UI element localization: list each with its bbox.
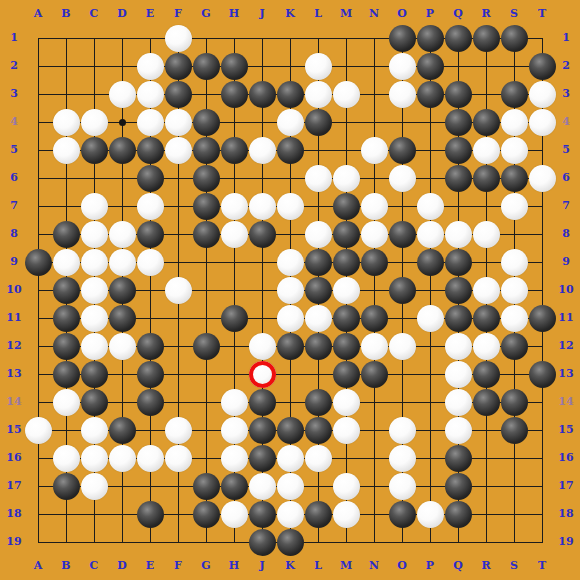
white-stone[interactable]: ● [529,109,556,136]
black-stone[interactable]: ● [193,109,220,136]
white-stone[interactable]: ● [137,53,164,80]
black-stone[interactable]: ● [417,53,444,80]
white-stone[interactable]: ● [501,109,528,136]
column-label-top: S [504,7,524,21]
black-stone[interactable]: ● [501,417,528,444]
white-stone[interactable]: ● [417,501,444,528]
white-stone[interactable]: ● [53,389,80,416]
row-label-right: 6 [556,171,576,185]
white-stone[interactable]: ● [417,305,444,332]
black-stone[interactable]: ● [249,417,276,444]
white-stone[interactable]: ● [109,333,136,360]
white-stone[interactable]: ● [109,249,136,276]
black-stone[interactable]: ● [277,137,304,164]
white-stone[interactable]: ● [361,193,388,220]
white-stone[interactable]: ● [53,109,80,136]
black-stone[interactable]: ● [221,473,248,500]
black-stone[interactable]: ● [165,53,192,80]
row-label-left: 7 [4,199,24,213]
white-stone[interactable]: ● [221,389,248,416]
black-stone[interactable]: ● [445,445,472,472]
black-stone[interactable]: ● [277,81,304,108]
row-label-left: 1 [4,31,24,45]
white-stone[interactable]: ● [165,445,192,472]
black-stone[interactable]: ● [137,333,164,360]
black-stone[interactable]: ● [529,305,556,332]
column-label-bottom: M [336,559,356,573]
white-stone[interactable]: ● [361,137,388,164]
white-stone[interactable]: ● [53,137,80,164]
grid-line-vertical [374,38,375,543]
row-label-right: 2 [556,59,576,73]
row-label-right: 11 [556,311,576,325]
row-label-left: 17 [4,479,24,493]
white-stone-last-move[interactable]: ● [249,361,276,388]
column-label-top: P [420,7,440,21]
black-stone[interactable]: ● [249,221,276,248]
white-stone[interactable]: ● [473,277,500,304]
white-stone[interactable]: ● [445,417,472,444]
row-label-right: 4 [556,115,576,129]
black-stone[interactable]: ● [389,137,416,164]
white-stone[interactable]: ● [389,473,416,500]
column-label-top: A [28,7,48,21]
white-stone[interactable]: ● [473,221,500,248]
black-stone[interactable]: ● [81,137,108,164]
black-stone[interactable]: ● [445,305,472,332]
white-stone[interactable]: ● [305,221,332,248]
white-stone[interactable]: ● [81,249,108,276]
black-stone[interactable]: ● [277,417,304,444]
black-stone[interactable]: ● [53,221,80,248]
white-stone[interactable]: ● [501,249,528,276]
white-stone[interactable]: ● [529,81,556,108]
column-label-top: M [336,7,356,21]
black-stone[interactable]: ● [305,277,332,304]
white-stone[interactable]: ● [333,165,360,192]
white-stone[interactable]: ● [53,445,80,472]
white-stone[interactable]: ● [109,445,136,472]
white-stone[interactable]: ● [137,109,164,136]
black-stone[interactable]: ● [109,137,136,164]
white-stone[interactable]: ● [333,473,360,500]
white-stone[interactable]: ● [305,53,332,80]
white-stone[interactable]: ● [109,81,136,108]
row-label-left: 18 [4,507,24,521]
row-label-right: 15 [556,423,576,437]
column-label-bottom: C [84,559,104,573]
row-label-right: 5 [556,143,576,157]
white-stone[interactable]: ● [249,473,276,500]
white-stone[interactable]: ● [277,305,304,332]
white-stone[interactable]: ● [137,249,164,276]
white-stone[interactable]: ● [277,193,304,220]
column-label-bottom: J [252,559,272,573]
white-stone[interactable]: ● [361,333,388,360]
row-label-right: 16 [556,451,576,465]
white-stone[interactable]: ● [389,165,416,192]
black-stone[interactable]: ● [501,389,528,416]
black-stone[interactable]: ● [53,361,80,388]
black-stone[interactable]: ● [529,361,556,388]
black-stone[interactable]: ● [333,193,360,220]
black-stone[interactable]: ● [221,53,248,80]
white-stone[interactable]: ● [501,137,528,164]
white-stone[interactable]: ● [361,221,388,248]
white-stone[interactable]: ● [333,277,360,304]
black-stone[interactable]: ● [53,333,80,360]
white-stone[interactable]: ● [221,193,248,220]
white-stone[interactable]: ● [81,473,108,500]
row-label-left: 3 [4,87,24,101]
white-stone[interactable]: ● [445,361,472,388]
column-label-bottom: D [112,559,132,573]
black-stone[interactable]: ● [305,417,332,444]
black-stone[interactable]: ● [333,305,360,332]
white-stone[interactable]: ● [137,445,164,472]
white-stone[interactable]: ● [249,137,276,164]
black-stone[interactable]: ● [193,473,220,500]
black-stone[interactable]: ● [445,25,472,52]
black-stone[interactable]: ● [445,473,472,500]
row-label-left: 19 [4,535,24,549]
black-stone[interactable]: ● [333,333,360,360]
black-stone[interactable]: ● [249,529,276,556]
white-stone[interactable]: ● [333,81,360,108]
black-stone[interactable]: ● [249,445,276,472]
white-stone[interactable]: ● [389,53,416,80]
white-stone[interactable]: ● [473,137,500,164]
black-stone[interactable]: ● [305,109,332,136]
black-stone[interactable]: ● [361,249,388,276]
row-label-right: 18 [556,507,576,521]
black-stone[interactable]: ● [193,165,220,192]
black-stone[interactable]: ● [445,277,472,304]
white-stone[interactable]: ● [529,165,556,192]
white-stone[interactable]: ● [249,333,276,360]
row-label-right: 12 [556,339,576,353]
row-label-left: 13 [4,367,24,381]
white-stone[interactable]: ● [389,333,416,360]
column-label-bottom: K [280,559,300,573]
black-stone[interactable]: ● [361,305,388,332]
white-stone[interactable]: ● [165,109,192,136]
black-stone[interactable]: ● [473,25,500,52]
column-label-bottom: G [196,559,216,573]
row-label-left: 11 [4,311,24,325]
black-stone[interactable]: ● [193,53,220,80]
white-stone[interactable]: ● [333,389,360,416]
row-label-right: 10 [556,283,576,297]
black-stone[interactable]: ● [193,193,220,220]
black-stone[interactable]: ● [249,389,276,416]
white-stone[interactable]: ● [81,193,108,220]
column-label-bottom: P [420,559,440,573]
white-stone[interactable]: ● [501,305,528,332]
black-stone[interactable]: ● [473,165,500,192]
black-stone[interactable]: ● [501,25,528,52]
column-label-top: T [532,7,552,21]
white-stone[interactable]: ● [109,221,136,248]
white-stone[interactable]: ● [501,193,528,220]
white-stone[interactable]: ● [389,445,416,472]
white-stone[interactable]: ● [81,221,108,248]
black-stone[interactable]: ● [417,249,444,276]
white-stone[interactable]: ● [445,221,472,248]
white-stone[interactable]: ● [81,109,108,136]
column-label-top: C [84,7,104,21]
black-stone[interactable]: ● [137,501,164,528]
white-stone[interactable]: ● [277,445,304,472]
white-stone[interactable]: ● [221,417,248,444]
row-label-right: 3 [556,87,576,101]
row-label-left: 14 [4,395,24,409]
row-label-left: 6 [4,171,24,185]
black-stone[interactable]: ● [333,361,360,388]
black-stone[interactable]: ● [445,165,472,192]
column-label-top: E [140,7,160,21]
black-stone[interactable]: ● [25,249,52,276]
black-stone[interactable]: ● [137,389,164,416]
black-stone[interactable]: ● [501,81,528,108]
black-stone[interactable]: ● [81,389,108,416]
white-stone[interactable]: ● [81,305,108,332]
black-stone[interactable]: ● [501,333,528,360]
black-stone[interactable]: ● [109,277,136,304]
black-stone[interactable]: ● [165,81,192,108]
black-stone[interactable]: ● [445,249,472,276]
row-label-right: 13 [556,367,576,381]
white-stone[interactable]: ● [305,305,332,332]
row-label-right: 14 [556,395,576,409]
white-stone[interactable]: ● [305,81,332,108]
black-stone[interactable]: ● [305,389,332,416]
column-label-bottom: A [28,559,48,573]
white-stone[interactable]: ● [81,277,108,304]
column-label-bottom: L [308,559,328,573]
black-stone[interactable]: ● [221,81,248,108]
black-stone[interactable]: ● [193,137,220,164]
black-stone[interactable]: ● [137,137,164,164]
white-stone[interactable]: ● [81,417,108,444]
white-stone[interactable]: ● [277,473,304,500]
black-stone[interactable]: ● [389,501,416,528]
black-stone[interactable]: ● [389,221,416,248]
white-stone[interactable]: ● [137,193,164,220]
black-stone[interactable]: ● [445,137,472,164]
black-stone[interactable]: ● [249,81,276,108]
white-stone[interactable]: ● [333,501,360,528]
column-label-top: H [224,7,244,21]
black-stone[interactable]: ● [417,81,444,108]
go-board[interactable]: AABBCCDDEEFFGGHHJJKKLLMMNNOOPPQQRRSSTT11… [0,0,580,580]
column-label-top: R [476,7,496,21]
black-stone[interactable]: ● [473,361,500,388]
black-stone[interactable]: ● [361,361,388,388]
black-stone[interactable]: ● [277,529,304,556]
white-stone[interactable]: ● [165,277,192,304]
white-stone[interactable]: ● [221,221,248,248]
column-label-top: L [308,7,328,21]
black-stone[interactable]: ● [333,221,360,248]
black-stone[interactable]: ● [305,501,332,528]
white-stone[interactable]: ● [277,249,304,276]
row-label-right: 17 [556,479,576,493]
white-stone[interactable]: ● [501,277,528,304]
column-label-top: F [168,7,188,21]
white-stone[interactable]: ● [333,417,360,444]
column-label-bottom: B [56,559,76,573]
white-stone[interactable]: ● [25,417,52,444]
row-label-right: 9 [556,255,576,269]
black-stone[interactable]: ● [81,361,108,388]
black-stone[interactable]: ● [221,305,248,332]
white-stone[interactable]: ● [305,165,332,192]
black-stone[interactable]: ● [333,249,360,276]
white-stone[interactable]: ● [165,417,192,444]
black-stone[interactable]: ● [305,249,332,276]
white-stone[interactable]: ● [53,249,80,276]
white-stone[interactable]: ● [445,333,472,360]
black-stone[interactable]: ● [53,277,80,304]
black-stone[interactable]: ● [109,417,136,444]
white-stone[interactable]: ● [389,417,416,444]
row-label-left: 4 [4,115,24,129]
white-stone[interactable]: ● [81,445,108,472]
black-stone[interactable]: ● [389,277,416,304]
black-stone[interactable]: ● [473,305,500,332]
white-stone[interactable]: ● [417,221,444,248]
black-stone[interactable]: ● [445,109,472,136]
column-label-bottom: H [224,559,244,573]
black-stone[interactable]: ● [249,501,276,528]
row-label-left: 8 [4,227,24,241]
star-point-d4 [119,119,126,126]
white-stone[interactable]: ● [277,109,304,136]
black-stone[interactable]: ● [193,221,220,248]
black-stone[interactable]: ● [445,501,472,528]
black-stone[interactable]: ● [221,137,248,164]
white-stone[interactable]: ● [81,333,108,360]
black-stone[interactable]: ● [473,109,500,136]
black-stone[interactable]: ● [53,473,80,500]
row-label-left: 9 [4,255,24,269]
column-label-bottom: S [504,559,524,573]
row-label-left: 5 [4,143,24,157]
black-stone[interactable]: ● [389,25,416,52]
row-label-right: 19 [556,535,576,549]
column-label-top: O [392,7,412,21]
white-stone[interactable]: ● [221,501,248,528]
white-stone[interactable]: ● [305,445,332,472]
column-label-top: J [252,7,272,21]
white-stone[interactable]: ● [165,25,192,52]
white-stone[interactable]: ● [277,501,304,528]
black-stone[interactable]: ● [417,25,444,52]
white-stone[interactable]: ● [165,137,192,164]
row-label-right: 1 [556,31,576,45]
white-stone[interactable]: ● [417,193,444,220]
column-label-top: B [56,7,76,21]
white-stone[interactable]: ● [277,277,304,304]
row-label-right: 8 [556,227,576,241]
column-label-top: Q [448,7,468,21]
black-stone[interactable]: ● [193,333,220,360]
row-label-left: 16 [4,451,24,465]
column-label-top: N [364,7,384,21]
black-stone[interactable]: ● [473,389,500,416]
column-label-bottom: Q [448,559,468,573]
row-label-left: 12 [4,339,24,353]
black-stone[interactable]: ● [529,53,556,80]
column-label-bottom: O [392,559,412,573]
black-stone[interactable]: ● [305,333,332,360]
black-stone[interactable]: ● [501,165,528,192]
column-label-bottom: F [168,559,188,573]
black-stone[interactable]: ● [445,81,472,108]
black-stone[interactable]: ● [137,221,164,248]
white-stone[interactable]: ● [445,389,472,416]
column-label-top: G [196,7,216,21]
column-label-bottom: N [364,559,384,573]
column-label-bottom: R [476,559,496,573]
row-label-left: 15 [4,423,24,437]
column-label-top: D [112,7,132,21]
white-stone[interactable]: ● [137,81,164,108]
row-label-left: 2 [4,59,24,73]
white-stone[interactable]: ● [249,193,276,220]
black-stone[interactable]: ● [193,501,220,528]
black-stone[interactable]: ● [109,305,136,332]
white-stone[interactable]: ● [473,333,500,360]
white-stone[interactable]: ● [221,445,248,472]
black-stone[interactable]: ● [53,305,80,332]
column-label-bottom: E [140,559,160,573]
row-label-right: 7 [556,199,576,213]
grid-line-vertical [430,38,431,543]
row-label-left: 10 [4,283,24,297]
white-stone[interactable]: ● [389,81,416,108]
black-stone[interactable]: ● [137,165,164,192]
column-label-bottom: T [532,559,552,573]
column-label-top: K [280,7,300,21]
black-stone[interactable]: ● [137,361,164,388]
black-stone[interactable]: ● [277,333,304,360]
